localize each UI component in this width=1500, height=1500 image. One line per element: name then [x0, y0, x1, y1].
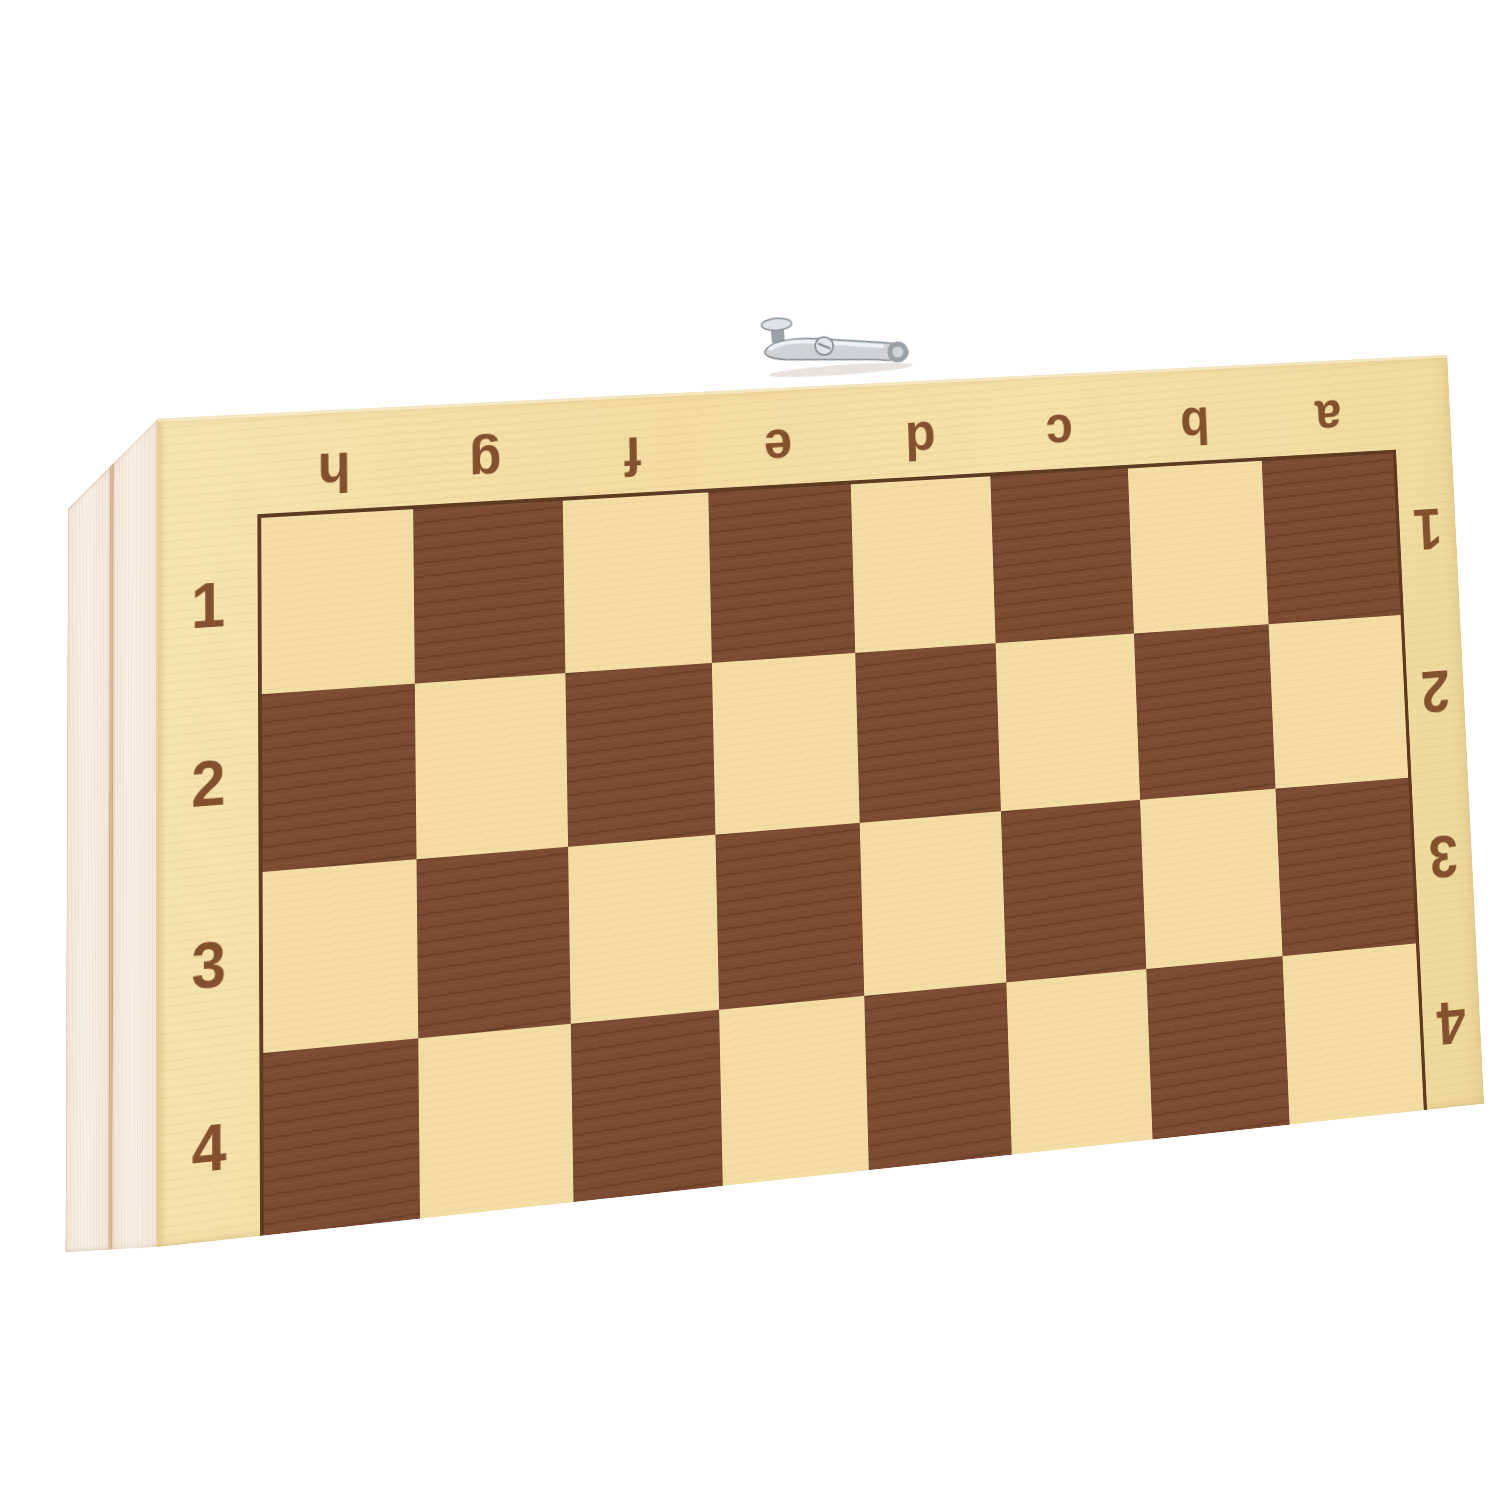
- square-h2: [262, 683, 417, 872]
- square-h1: [261, 509, 415, 694]
- square-a3: [1275, 778, 1416, 956]
- square-g2: [415, 673, 568, 860]
- rank-label-left-1: 1: [191, 573, 225, 638]
- square-h4: [263, 1038, 420, 1236]
- spine-slab-near-half: [112, 419, 158, 1250]
- rank-label-cell-right-4: 4: [1419, 936, 1484, 1110]
- rank-label-cell-left-3: 3: [158, 870, 259, 1061]
- square-g4: [418, 1023, 573, 1218]
- square-c1: [991, 468, 1134, 642]
- rank-label-right-2: 2: [1420, 661, 1451, 721]
- square-b2: [1133, 624, 1275, 800]
- square-e4: [719, 995, 869, 1186]
- square-b1: [1127, 461, 1268, 633]
- spine-slab-far-half: [65, 467, 110, 1253]
- square-e1: [708, 484, 855, 662]
- square-f1: [562, 492, 711, 672]
- square-e2: [712, 652, 860, 834]
- board-half-face: hgfedcba 1234 1234: [158, 355, 1484, 1247]
- file-label-cell-a: a: [1260, 358, 1396, 457]
- square-f3: [568, 835, 719, 1024]
- file-label-d: d: [904, 413, 936, 468]
- rank-label-right-3: 3: [1428, 826, 1460, 887]
- rank-label-cell-right-3: 3: [1411, 771, 1476, 942]
- file-label-h: h: [317, 444, 351, 501]
- file-label-cell-d: d: [848, 378, 991, 481]
- file-label-cell-f: f: [559, 392, 707, 497]
- square-f2: [565, 662, 715, 846]
- rank-label-cell-left-2: 2: [158, 691, 259, 878]
- square-c2: [996, 633, 1140, 811]
- product-photo-scene: hgfedcba 1234 1234: [0, 0, 1500, 1500]
- square-d3: [860, 811, 1007, 995]
- rank-label-right-4: 4: [1436, 992, 1468, 1054]
- rank-label-cell-left-4: 4: [158, 1052, 260, 1247]
- file-label-g: g: [469, 436, 502, 493]
- file-label-cell-e: e: [705, 385, 851, 489]
- square-c3: [1001, 800, 1146, 982]
- file-label-c: c: [1045, 406, 1074, 460]
- file-label-f: f: [624, 429, 642, 484]
- metal-clasp: [742, 301, 936, 384]
- box-spine-side: [65, 419, 158, 1253]
- rank-label-left-4: 4: [192, 1115, 227, 1184]
- rank-label-cell-right-2: 2: [1404, 608, 1468, 776]
- rank-label-cell-left-1: 1: [158, 514, 258, 698]
- file-label-cell-b: b: [1125, 364, 1263, 465]
- file-label-cell-c: c: [988, 371, 1129, 473]
- folded-chessboard-box: hgfedcba 1234 1234: [158, 355, 1484, 1247]
- square-c4: [1007, 969, 1153, 1155]
- board-grid: [261, 453, 1424, 1235]
- square-g3: [417, 847, 571, 1038]
- rank-label-cell-right-1: 1: [1396, 446, 1460, 611]
- square-a4: [1282, 943, 1423, 1125]
- rank-label-right-1: 1: [1412, 499, 1443, 558]
- square-f4: [570, 1009, 722, 1202]
- rank-label-left-2: 2: [191, 751, 225, 817]
- file-label-cell-h: h: [257, 406, 411, 514]
- rank-labels-left: 1234: [158, 514, 260, 1247]
- file-label-cell-g: g: [410, 399, 561, 506]
- file-label-a: a: [1314, 392, 1342, 445]
- clasp-icon: [742, 301, 936, 384]
- square-d2: [855, 643, 1001, 823]
- square-d1: [851, 476, 996, 652]
- square-b4: [1146, 956, 1290, 1140]
- square-h3: [263, 859, 419, 1052]
- rank-label-left-3: 3: [191, 932, 226, 999]
- board-grid-border: [257, 450, 1427, 1236]
- file-label-b: b: [1180, 399, 1211, 453]
- square-a1: [1262, 453, 1401, 623]
- square-e3: [715, 823, 864, 1009]
- square-d4: [864, 982, 1012, 1170]
- square-a2: [1268, 615, 1408, 789]
- file-label-e: e: [764, 421, 794, 476]
- square-b3: [1140, 789, 1283, 969]
- square-g1: [413, 501, 565, 683]
